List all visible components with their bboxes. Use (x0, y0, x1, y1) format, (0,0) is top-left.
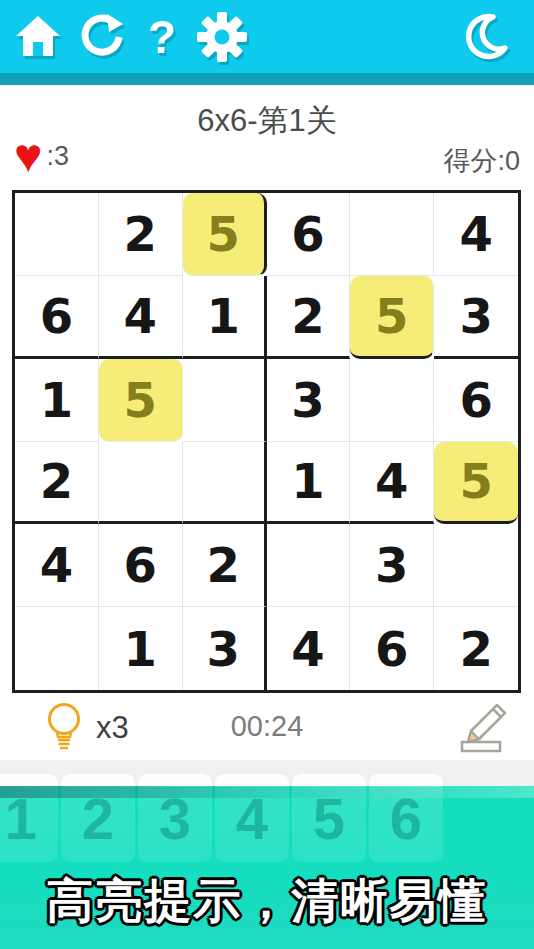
level-title: 6x6-第1关 (0, 100, 534, 142)
ad-banner[interactable]: 123456 高亮提示，清晰易懂 (0, 760, 534, 949)
restart-icon[interactable] (76, 10, 128, 64)
cell-r1c2[interactable]: 2 (99, 193, 183, 276)
cell-r6c4[interactable]: 4 (267, 607, 351, 690)
night-mode-icon[interactable] (460, 10, 512, 64)
top-bar: ? (0, 0, 534, 73)
top-bar-accent-strip (0, 73, 534, 85)
cell-r5c6[interactable] (434, 524, 518, 607)
cell-r6c5[interactable]: 6 (350, 607, 434, 690)
cell-r1c4[interactable]: 6 (267, 193, 351, 276)
cell-r2c1[interactable]: 6 (15, 276, 99, 359)
cell-r5c4[interactable] (267, 524, 351, 607)
bottom-toolbar: x3 00:24 (0, 698, 534, 760)
cell-r1c3[interactable]: 5 (183, 193, 267, 276)
cell-r4c5[interactable]: 4 (350, 442, 434, 525)
banner-slogan: 高亮提示，清晰易懂 (0, 870, 534, 933)
cell-r2c4[interactable]: 2 (267, 276, 351, 359)
cell-r5c5[interactable]: 3 (350, 524, 434, 607)
cell-r3c5[interactable] (350, 359, 434, 442)
sudoku-board: 256464125315362145462313462 (12, 190, 521, 693)
cell-r2c3[interactable]: 1 (183, 276, 267, 359)
cell-r2c6[interactable]: 3 (434, 276, 518, 359)
cell-r4c3[interactable] (183, 442, 267, 525)
cell-r1c5[interactable] (350, 193, 434, 276)
home-icon[interactable] (12, 10, 64, 64)
banner-top-shade (0, 786, 534, 798)
cell-r6c2[interactable]: 1 (99, 607, 183, 690)
cell-r2c2[interactable]: 4 (99, 276, 183, 359)
settings-icon[interactable] (196, 10, 248, 64)
cell-r5c2[interactable]: 6 (99, 524, 183, 607)
cell-r6c1[interactable] (15, 607, 99, 690)
cell-r5c3[interactable]: 2 (183, 524, 267, 607)
cell-r5c1[interactable]: 4 (15, 524, 99, 607)
heart-icon: ♥ (14, 132, 43, 180)
help-icon[interactable]: ? (136, 10, 188, 64)
cell-r6c6[interactable]: 2 (434, 607, 518, 690)
cell-r3c3[interactable] (183, 359, 267, 442)
cell-r4c1[interactable]: 2 (15, 442, 99, 525)
cell-r3c1[interactable]: 1 (15, 359, 99, 442)
cell-r3c4[interactable]: 3 (267, 359, 351, 442)
cell-r4c6[interactable]: 5 (434, 442, 518, 525)
app-screen: ? (0, 0, 534, 949)
cell-r4c4[interactable]: 1 (267, 442, 351, 525)
banner-background: 123456 高亮提示，清晰易懂 (0, 786, 534, 949)
cell-r2c5[interactable]: 5 (350, 276, 434, 359)
help-question-glyph: ? (148, 14, 176, 60)
timer: 00:24 (0, 710, 534, 743)
cell-r1c1[interactable] (15, 193, 99, 276)
cell-r3c6[interactable]: 6 (434, 359, 518, 442)
cell-r4c2[interactable] (99, 442, 183, 525)
cell-r3c2[interactable]: 5 (99, 359, 183, 442)
lives-count: :3 (47, 141, 70, 172)
lives-indicator: ♥ :3 (14, 132, 69, 180)
cell-r1c6[interactable]: 4 (434, 193, 518, 276)
notes-pencil-icon[interactable] (456, 698, 514, 760)
score-label: 得分:0 (443, 143, 520, 179)
cell-r6c3[interactable]: 3 (183, 607, 267, 690)
